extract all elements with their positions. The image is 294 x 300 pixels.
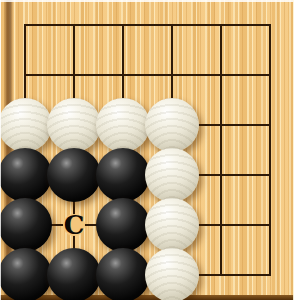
black-stone[interactable] [96, 198, 150, 252]
image-top-highlight [0, 0, 294, 2]
black-stone[interactable] [47, 248, 101, 300]
white-stone[interactable] [47, 98, 101, 152]
white-stone[interactable] [145, 98, 199, 152]
grid-line-horizontal [24, 74, 271, 76]
board-bottom-edge-shadow [0, 295, 294, 300]
image-left-highlight [0, 0, 1, 300]
black-stone[interactable] [47, 148, 101, 202]
white-stone[interactable] [145, 148, 199, 202]
black-stone[interactable] [96, 148, 150, 202]
black-stone[interactable] [0, 148, 52, 202]
white-stone[interactable] [96, 98, 150, 152]
image-right-highlight [293, 0, 294, 300]
white-stone[interactable] [145, 248, 199, 300]
point-label-text: C [64, 211, 85, 239]
grid-line-vertical [269, 24, 271, 276]
black-stone[interactable] [96, 248, 150, 300]
black-stone[interactable] [0, 248, 52, 300]
black-stone[interactable] [0, 198, 52, 252]
white-stone[interactable] [0, 98, 52, 152]
white-stone[interactable] [145, 198, 199, 252]
labeled-point-C[interactable]: C [60, 211, 88, 239]
grid-line-horizontal [24, 24, 271, 26]
grid-line-vertical [220, 24, 222, 276]
go-board[interactable]: C [0, 0, 294, 300]
